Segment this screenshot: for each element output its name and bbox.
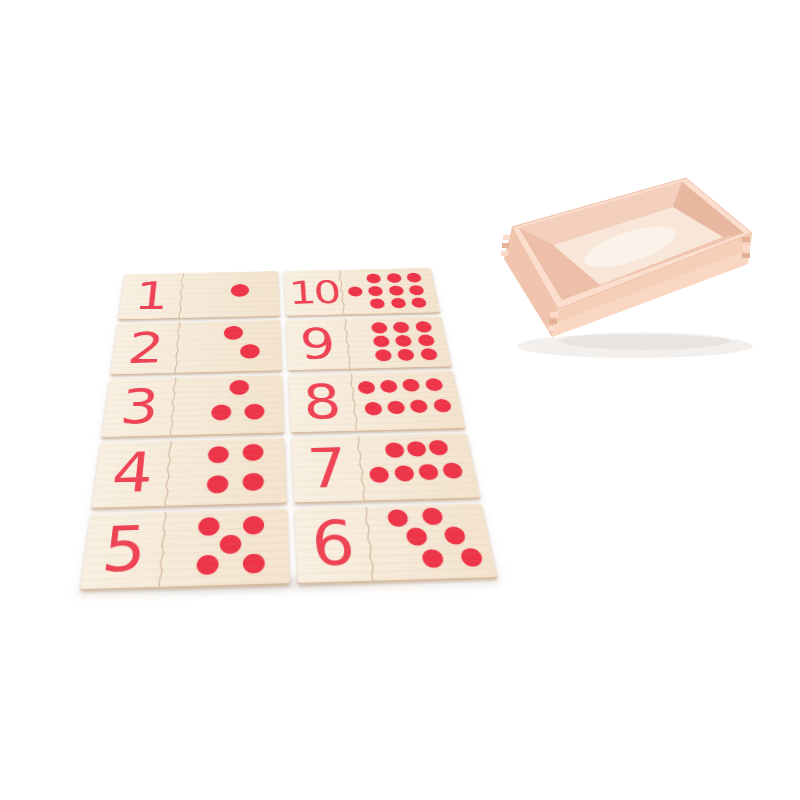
counter-dot [230,380,249,395]
counter-dot [212,405,232,421]
counter-dot [207,475,229,493]
number-label: 6 [310,513,358,576]
number-label: 7 [306,441,350,496]
counter-dot [459,548,483,567]
counter-dot [245,404,265,420]
counter-dot [393,321,410,332]
number-label: 9 [299,323,338,366]
counter-dot [240,344,259,358]
number-label: 8 [302,379,343,427]
puzzle-card-1[interactable]: 1 [118,271,280,320]
counter-dot [397,349,415,361]
counter-dot [380,380,398,393]
counter-dot [371,322,388,333]
counter-dot [208,446,229,463]
counter-dot [220,534,241,553]
counter-dot [411,297,427,307]
product-photo-scene: 11029384756 [0,0,800,800]
counter-dot [372,336,389,348]
dots-piece-9[interactable] [345,317,452,369]
number-label: 10 [288,276,340,308]
counter-dot [420,349,438,361]
puzzle-card-4[interactable]: 4 [92,438,287,509]
counter-dot [395,335,413,347]
number-label: 5 [99,518,149,582]
puzzle-board: 11029384756 [80,268,490,591]
counter-dot [196,555,218,575]
counter-dot [421,549,444,568]
counter-dot [243,516,264,535]
counter-dot [366,274,381,284]
number-piece-3[interactable]: 3 [102,378,176,437]
counter-dot [402,379,421,392]
counter-dot [368,286,384,296]
number-piece-1[interactable]: 1 [118,273,183,319]
counter-dot [428,440,449,455]
counter-dot [406,528,429,546]
counter-dot [387,510,409,528]
puzzle-card-5[interactable]: 5 [80,509,290,591]
dots-piece-4[interactable] [166,438,287,506]
counter-dot [198,517,220,536]
counter-dot [243,473,264,491]
counter-dot [433,399,452,413]
counter-dot [393,465,414,481]
puzzle-card-6[interactable]: 6 [295,504,498,585]
counter-dot [417,335,435,347]
dots-piece-8[interactable] [351,371,465,430]
dots-piece-6[interactable] [366,504,498,581]
counter-dot [390,298,406,308]
counter-dot [418,464,440,480]
puzzle-card-3[interactable]: 3 [102,375,285,438]
counter-dot [408,285,424,295]
counter-dot [364,402,383,416]
number-label: 4 [109,446,155,501]
counter-dot [224,326,243,340]
box-ground-shadow-inner [560,332,730,350]
counter-dot [370,298,386,308]
counter-dot [243,554,265,574]
counter-dot [421,507,444,525]
counter-dot [388,285,404,295]
number-piece-5[interactable]: 5 [80,512,165,589]
puzzle-card-2[interactable]: 2 [110,320,282,376]
counter-dot [442,463,464,479]
counter-dot [374,350,392,362]
counter-dot [231,284,249,297]
dots-piece-10[interactable] [340,268,440,315]
wooden-storage-box[interactable] [495,165,760,365]
counter-dot [406,273,422,283]
counter-dot [386,273,402,283]
number-label: 2 [126,327,166,370]
number-label: 1 [132,277,170,315]
counter-dot [410,400,429,414]
puzzle-card-9[interactable]: 9 [286,317,452,372]
dots-piece-2[interactable] [176,320,282,373]
counter-dot [357,381,375,394]
dots-piece-3[interactable] [171,375,284,435]
counter-dot [369,466,390,482]
puzzle-card-8[interactable]: 8 [289,371,466,433]
dots-piece-5[interactable] [160,509,290,587]
puzzle-card-10[interactable]: 10 [284,268,440,317]
counter-dot [443,527,466,545]
puzzle-card-7[interactable]: 7 [292,433,481,504]
counter-dot [415,321,433,332]
counter-dot [348,286,363,296]
number-label: 3 [118,383,161,432]
number-piece-2[interactable]: 2 [111,322,180,374]
number-piece-4[interactable]: 4 [92,441,171,508]
counter-dot [385,442,406,457]
counter-dot [243,444,264,461]
dots-piece-7[interactable] [358,433,480,500]
dots-piece-1[interactable] [180,271,280,318]
counter-dot [425,378,444,391]
counter-dot [406,441,427,456]
counter-dot [387,401,406,415]
